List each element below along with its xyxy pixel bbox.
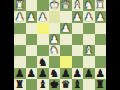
square-b4[interactable] (83, 34, 95, 45)
square-c5[interactable] (72, 45, 84, 56)
square-b6[interactable] (83, 56, 95, 67)
square-g8[interactable] (26, 79, 38, 90)
black-rook-a8[interactable]: ♜ (96, 79, 105, 89)
square-g6[interactable] (26, 56, 38, 67)
white-pawn-c2[interactable]: ♟ (73, 11, 82, 21)
white-king-e1[interactable]: ♚ (50, 0, 59, 10)
square-c3[interactable] (72, 23, 84, 34)
square-a4[interactable] (95, 34, 107, 45)
black-pawn-a7[interactable]: ♟ (96, 68, 105, 78)
rank-coordinate-6: 6 (15, 56, 17, 59)
white-bishop-b5[interactable]: ♝ (84, 45, 93, 55)
white-rook-a1[interactable]: ♜ (96, 0, 105, 10)
square-b5[interactable]: ♝ (83, 45, 95, 56)
square-f2[interactable]: ♟ (37, 11, 49, 22)
square-a8[interactable]: ♜ (95, 79, 107, 90)
square-e6[interactable] (49, 56, 61, 67)
black-king-e8[interactable]: ♚ (50, 79, 59, 89)
black-pawn-h7[interactable]: ♟ (15, 68, 24, 78)
letterbox-right (106, 0, 120, 90)
square-h7[interactable]: 7♟ (14, 68, 26, 79)
square-d8[interactable]: ♛ (60, 79, 72, 90)
white-knight-b1[interactable]: ♞ (84, 0, 93, 10)
white-bishop-c1[interactable]: ♝ (73, 0, 82, 10)
square-c7[interactable]: ♟ (72, 68, 84, 79)
white-pawn-h2[interactable]: ♟ (15, 11, 24, 21)
square-a3[interactable] (95, 23, 107, 34)
square-d5[interactable] (60, 45, 72, 56)
square-h6[interactable]: 6 (14, 56, 26, 67)
square-g3[interactable] (26, 23, 38, 34)
square-f6[interactable]: ♞ (37, 56, 49, 67)
square-h4[interactable]: 4 (14, 34, 26, 45)
square-f8[interactable]: ♝ (37, 79, 49, 90)
black-bishop-f8[interactable]: ♝ (38, 79, 47, 89)
black-knight-f6[interactable]: ♞ (38, 56, 47, 66)
square-a7[interactable]: ♟ (95, 68, 107, 79)
square-b8[interactable] (83, 79, 95, 90)
square-h8[interactable]: 8♜ (14, 79, 26, 90)
white-pawn-b2[interactable]: ♟ (84, 11, 93, 21)
chess-thumbnail-frame: 1♜♚♛♝♞♜2♟♟♟♟♟♟3♟4♟5♞♝6♞7♟♟♟♞♟♟♟♟8♜♝♚♛♝♜ (0, 0, 120, 90)
square-c2[interactable]: ♟ (72, 11, 84, 22)
square-b2[interactable]: ♟ (83, 11, 95, 22)
square-g2[interactable]: ♟ (26, 11, 38, 22)
square-b1[interactable]: ♞ (83, 0, 95, 11)
white-pawn-d3[interactable]: ♟ (61, 23, 70, 33)
black-pawn-b7[interactable]: ♟ (84, 68, 93, 78)
black-queen-d8[interactable]: ♛ (61, 79, 70, 89)
square-h1[interactable]: 1♜ (14, 0, 26, 11)
square-g7[interactable]: ♟ (26, 68, 38, 79)
square-c8[interactable]: ♝ (72, 79, 84, 90)
square-f5[interactable] (37, 45, 49, 56)
square-d4[interactable] (60, 34, 72, 45)
square-e5[interactable]: ♞ (49, 45, 61, 56)
square-f7[interactable]: ♟ (37, 68, 49, 79)
square-d6[interactable] (60, 56, 72, 67)
square-a6[interactable] (95, 56, 107, 67)
square-e1[interactable]: ♚ (49, 0, 61, 11)
square-d7[interactable]: ♟ (60, 68, 72, 79)
square-e4[interactable]: ♟ (49, 34, 61, 45)
square-f3[interactable] (37, 23, 49, 34)
square-e3[interactable] (49, 23, 61, 34)
square-h3[interactable]: 3 (14, 23, 26, 34)
rank-coordinate-5: 5 (15, 45, 17, 48)
square-a5[interactable] (95, 45, 107, 56)
black-pawn-f7[interactable]: ♟ (38, 68, 47, 78)
square-h2[interactable]: 2♟ (14, 11, 26, 22)
square-e7[interactable]: ♞ (49, 68, 61, 79)
square-f4[interactable] (37, 34, 49, 45)
black-pawn-g7[interactable]: ♟ (27, 68, 36, 78)
square-c6[interactable] (72, 56, 84, 67)
letterbox-left (0, 0, 14, 90)
square-e2[interactable] (49, 11, 61, 22)
square-d2[interactable] (60, 11, 72, 22)
black-bishop-c8[interactable]: ♝ (73, 79, 82, 89)
square-h5[interactable]: 5 (14, 45, 26, 56)
white-pawn-a2[interactable]: ♟ (96, 11, 105, 21)
black-pawn-c7[interactable]: ♟ (73, 68, 82, 78)
square-g5[interactable] (26, 45, 38, 56)
square-c4[interactable] (72, 34, 84, 45)
white-knight-e5[interactable]: ♞ (50, 45, 59, 55)
square-e8[interactable]: ♚ (49, 79, 61, 90)
square-a2[interactable]: ♟ (95, 11, 107, 22)
rank-coordinate-4: 4 (15, 34, 17, 37)
white-pawn-f2[interactable]: ♟ (38, 11, 47, 21)
square-b7[interactable]: ♟ (83, 68, 95, 79)
square-a1[interactable]: ♜ (95, 0, 107, 11)
square-d1[interactable]: ♛ (60, 0, 72, 11)
white-queen-d1[interactable]: ♛ (61, 0, 70, 10)
square-d3[interactable]: ♟ (60, 23, 72, 34)
square-c1[interactable]: ♝ (72, 0, 84, 11)
square-g4[interactable] (26, 34, 38, 45)
black-knight-e7[interactable]: ♞ (50, 68, 59, 78)
white-pawn-e4[interactable]: ♟ (50, 34, 59, 44)
square-g1[interactable] (26, 0, 38, 11)
black-rook-h8[interactable]: ♜ (15, 79, 24, 89)
square-b3[interactable] (83, 23, 95, 34)
black-pawn-d7[interactable]: ♟ (61, 68, 70, 78)
rank-coordinate-3: 3 (15, 23, 17, 26)
chess-board: 1♜♚♛♝♞♜2♟♟♟♟♟♟3♟4♟5♞♝6♞7♟♟♟♞♟♟♟♟8♜♝♚♛♝♜ (14, 0, 106, 90)
square-f1[interactable] (37, 0, 49, 11)
white-pawn-g2[interactable]: ♟ (27, 11, 36, 21)
white-rook-h1[interactable]: ♜ (15, 0, 24, 10)
